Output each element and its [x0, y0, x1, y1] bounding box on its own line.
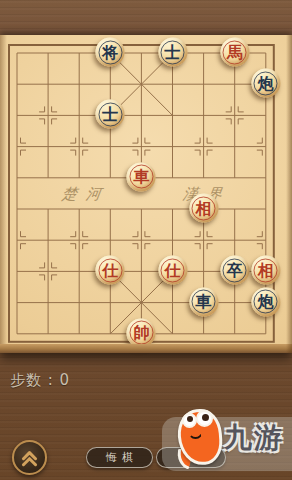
- piece-glyph: 士: [165, 44, 181, 60]
- piece-glyph: 馬: [227, 44, 243, 60]
- piece-glyph: 車: [196, 294, 212, 310]
- piece-red-horse[interactable]: 馬: [220, 38, 249, 67]
- move-counter-label: 步数: [10, 371, 42, 389]
- piece-glyph: 相: [196, 200, 212, 216]
- undo-move-button[interactable]: 悔棋: [86, 447, 153, 468]
- board-grid: [0, 35, 292, 353]
- piece-glyph: 帥: [133, 325, 149, 341]
- piece-glyph: 相: [258, 262, 274, 278]
- piece-black-general[interactable]: 将: [96, 38, 125, 67]
- piece-glyph: 卒: [227, 262, 243, 278]
- piece-black-soldier[interactable]: 卒: [220, 256, 249, 285]
- game-screen: 楚河 漢界 将士馬炮士車相仕仕卒相車炮帥 步数 : 0 悔棋 九游: [0, 0, 292, 480]
- piece-black-advisor[interactable]: 士: [96, 100, 125, 129]
- move-counter-value: 0: [60, 371, 71, 389]
- xiangqi-board[interactable]: 楚河 漢界 将士馬炮士車相仕仕卒相車炮帥: [0, 35, 292, 353]
- piece-red-general[interactable]: 帥: [127, 318, 156, 347]
- piece-glyph: 仕: [165, 262, 181, 278]
- river-label-left: 楚河: [61, 185, 112, 204]
- piece-red-elephant[interactable]: 相: [251, 256, 280, 285]
- piece-red-advisor[interactable]: 仕: [158, 256, 187, 285]
- piece-glyph: 士: [102, 106, 118, 122]
- piece-black-chariot[interactable]: 車: [189, 287, 218, 316]
- move-counter-separator: :: [42, 371, 60, 389]
- piece-glyph: 車: [133, 169, 149, 185]
- watermark-brand-text: 九游: [224, 419, 284, 457]
- mascot-logo-icon: [170, 404, 226, 470]
- piece-black-cannon[interactable]: 炮: [251, 287, 280, 316]
- board-bottom-edge: [0, 344, 292, 353]
- piece-glyph: 将: [102, 44, 118, 60]
- chevron-up-double-icon: [18, 446, 41, 469]
- piece-red-elephant[interactable]: 相: [189, 194, 218, 223]
- piece-glyph: 炮: [258, 294, 274, 310]
- piece-red-chariot[interactable]: 車: [127, 162, 156, 191]
- piece-black-advisor[interactable]: 士: [158, 38, 187, 67]
- expand-button[interactable]: [12, 440, 47, 475]
- piece-glyph: 炮: [258, 75, 274, 91]
- piece-red-advisor[interactable]: 仕: [96, 256, 125, 285]
- piece-glyph: 仕: [102, 262, 118, 278]
- piece-black-cannon[interactable]: 炮: [251, 69, 280, 98]
- move-counter: 步数 : 0: [10, 371, 70, 390]
